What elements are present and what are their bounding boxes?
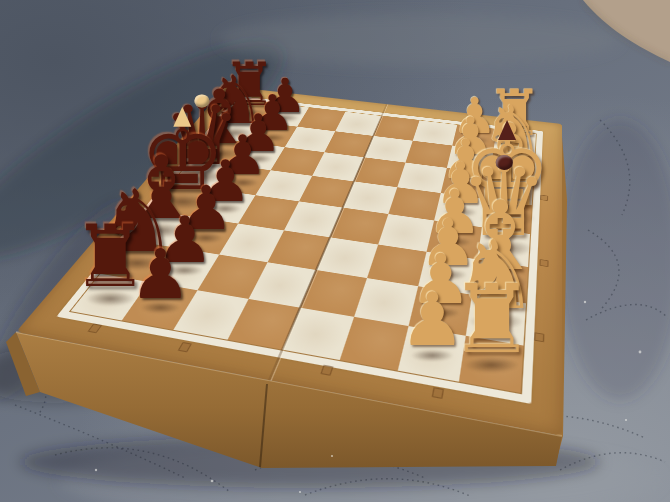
piece-contact-shadow xyxy=(464,357,519,373)
dark-ball-finial xyxy=(496,155,513,170)
piece-contact-shadow xyxy=(141,302,181,314)
light-cone-finial xyxy=(174,107,192,127)
piece-contact-shadow xyxy=(411,349,454,361)
black-pawn-a7[interactable]: ♟ xyxy=(130,240,191,308)
chess-photo-scene: ♜♟♞♟♟♜♝♟♟♞♛♟♟♝♚♟♟♚♝♟♟♛♞♟♟♝♜♟♟♞♟♜ xyxy=(0,0,670,502)
dark-cone-finial xyxy=(498,120,516,140)
piece-contact-shadow xyxy=(86,291,136,306)
white-rook-a1[interactable]: ♜ xyxy=(449,272,534,367)
pieces-layer: ♜♟♞♟♟♜♝♟♟♞♛♟♟♝♚♟♟♚♝♟♟♛♞♟♟♝♜♟♟♞♟♜ xyxy=(0,0,670,502)
